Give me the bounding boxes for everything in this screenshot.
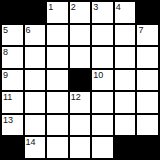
cell-r6c1[interactable]: 13 xyxy=(2,115,23,136)
cell-r2c1[interactable]: 5 xyxy=(2,25,23,46)
cell-r2c6[interactable] xyxy=(115,25,136,46)
cell-r5c4[interactable]: 12 xyxy=(70,92,91,113)
cell-r3c7[interactable] xyxy=(137,47,158,68)
cell-r2c5[interactable] xyxy=(92,25,113,46)
cell-r6c7[interactable] xyxy=(137,115,158,136)
cell-r6c2[interactable] xyxy=(25,115,46,136)
cell-r1c4[interactable]: 2 xyxy=(70,2,91,23)
clue-number-3: 3 xyxy=(93,2,98,12)
cell-r7c2[interactable]: 14 xyxy=(25,137,46,158)
cell-r1c3[interactable]: 1 xyxy=(47,2,68,23)
cell-r3c1[interactable]: 8 xyxy=(2,47,23,68)
cell-r7c3[interactable] xyxy=(47,137,68,158)
cell-r6c4[interactable] xyxy=(70,115,91,136)
cell-r1c5[interactable]: 3 xyxy=(92,2,113,23)
block-cell-r1c7 xyxy=(137,2,158,23)
cell-r3c5[interactable] xyxy=(92,47,113,68)
clue-number-2: 2 xyxy=(71,2,76,12)
cell-r2c2[interactable]: 6 xyxy=(25,25,46,46)
cell-r6c3[interactable] xyxy=(47,115,68,136)
block-cell-r7c7 xyxy=(137,137,158,158)
cell-r3c6[interactable] xyxy=(115,47,136,68)
cell-r5c3[interactable] xyxy=(47,92,68,113)
clue-number-1: 1 xyxy=(48,2,53,12)
cell-r5c7[interactable] xyxy=(137,92,158,113)
cell-r7c4[interactable] xyxy=(70,137,91,158)
block-cell-r7c1 xyxy=(2,137,23,158)
cell-r2c3[interactable] xyxy=(47,25,68,46)
clue-number-4: 4 xyxy=(116,2,121,12)
block-cell-r1c2 xyxy=(25,2,46,23)
clue-number-11: 11 xyxy=(3,92,12,102)
block-cell-r4c4 xyxy=(70,70,91,91)
cell-r2c4[interactable] xyxy=(70,25,91,46)
clue-number-7: 7 xyxy=(138,25,143,35)
cell-r1c6[interactable]: 4 xyxy=(115,2,136,23)
cell-r5c1[interactable]: 11 xyxy=(2,92,23,113)
clue-number-12: 12 xyxy=(71,92,81,102)
cell-r4c1[interactable]: 9 xyxy=(2,70,23,91)
cell-r2c7[interactable]: 7 xyxy=(137,25,158,46)
crossword-board: 1234567891011121314 xyxy=(0,0,160,160)
block-cell-r7c6 xyxy=(115,137,136,158)
clue-number-6: 6 xyxy=(26,25,31,35)
cell-r4c2[interactable] xyxy=(25,70,46,91)
cell-r4c6[interactable] xyxy=(115,70,136,91)
cell-r6c6[interactable] xyxy=(115,115,136,136)
clue-number-10: 10 xyxy=(93,70,103,80)
cell-r6c5[interactable] xyxy=(92,115,113,136)
block-cell-r1c1 xyxy=(2,2,23,23)
cell-r5c5[interactable] xyxy=(92,92,113,113)
cell-r4c7[interactable] xyxy=(137,70,158,91)
clue-number-9: 9 xyxy=(3,70,8,80)
clue-number-8: 8 xyxy=(3,47,8,57)
clue-number-14: 14 xyxy=(26,137,36,147)
cell-r3c2[interactable] xyxy=(25,47,46,68)
cell-r5c6[interactable] xyxy=(115,92,136,113)
cell-r3c4[interactable] xyxy=(70,47,91,68)
cell-r5c2[interactable] xyxy=(25,92,46,113)
cell-r4c3[interactable] xyxy=(47,70,68,91)
cell-r3c3[interactable] xyxy=(47,47,68,68)
clue-number-13: 13 xyxy=(3,115,13,125)
cell-r4c5[interactable]: 10 xyxy=(92,70,113,91)
cell-r7c5[interactable] xyxy=(92,137,113,158)
clue-number-5: 5 xyxy=(3,25,8,35)
